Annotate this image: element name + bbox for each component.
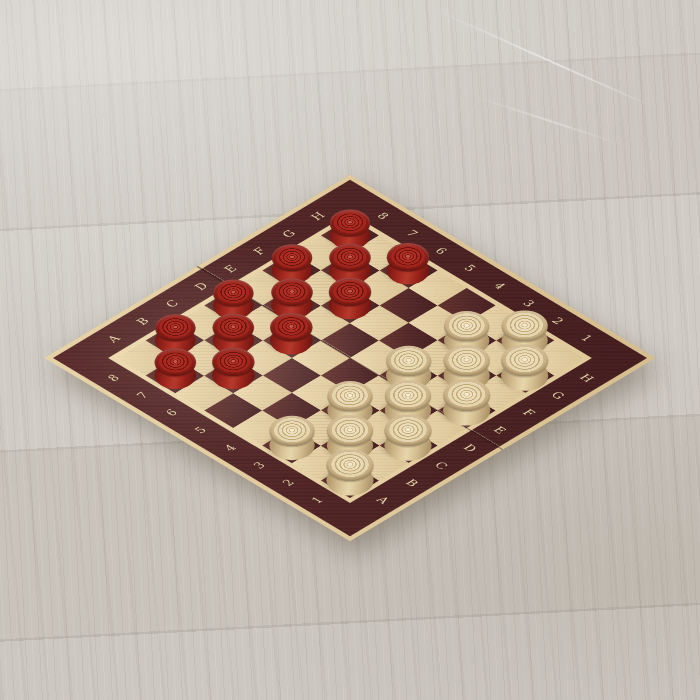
piece-top <box>155 314 195 341</box>
scene: AA88BB77CC66DD55EE44FF33GG22HH11 <box>0 0 700 700</box>
piece-top <box>154 348 195 376</box>
piece-top <box>385 380 431 411</box>
piece-top <box>444 311 489 342</box>
checker-body <box>270 313 312 355</box>
piece-top <box>327 381 372 412</box>
piece-top <box>327 415 373 446</box>
piece-top <box>502 310 548 341</box>
piece-top <box>212 348 254 377</box>
piece-top <box>269 416 314 447</box>
board: AA88BB77CC66DD55EE44FF33GG22HH11 <box>45 175 656 542</box>
piece-top <box>330 209 370 236</box>
piece-top <box>329 278 371 307</box>
board-wrap: AA88BB77CC66DD55EE44FF33GG22HH11 <box>0 0 700 700</box>
piece-top <box>213 279 253 306</box>
piece-top <box>329 243 370 271</box>
checker-body <box>326 450 373 497</box>
checker-body <box>212 348 254 390</box>
piece-top <box>387 243 429 272</box>
pieces-layer <box>117 218 584 498</box>
checker-body <box>269 416 314 461</box>
piece-top <box>386 346 431 377</box>
checker-body <box>387 243 429 285</box>
checker-body <box>501 345 548 392</box>
checker-body <box>154 348 195 389</box>
piece-top <box>271 244 311 271</box>
checker-body <box>385 415 432 462</box>
piece-top <box>270 313 312 342</box>
checker-body <box>329 278 371 320</box>
piece-top <box>213 313 254 341</box>
piece-top <box>444 345 490 376</box>
board-perspective: AA88BB77CC66DD55EE44FF33GG22HH11 <box>134 228 566 487</box>
checker-body <box>443 380 490 427</box>
piece-top <box>271 278 312 306</box>
